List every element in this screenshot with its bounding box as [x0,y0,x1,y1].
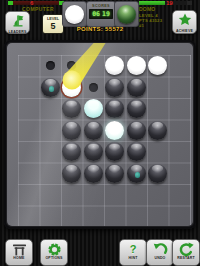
cell-r3c4[interactable] [83,98,105,120]
computer-score-bar: 6 [8,1,64,5]
restart-arrow-icon [179,241,194,257]
cell-r4c7[interactable] [147,120,169,142]
cell-r6c7[interactable] [147,163,169,185]
cell-r2c1[interactable] [18,77,40,99]
white-piece [105,56,124,75]
leaderboard-button[interactable]: LEADERS [5,11,30,34]
cell-r7c3[interactable] [61,184,83,206]
cell-r4c3[interactable] [61,120,83,142]
white-disc-icon [65,5,84,24]
white-piece [127,56,146,75]
black-piece-marked [127,164,146,183]
legal-move-dot [46,61,55,70]
top-bar: LEADERS 6 COMPUTER LEVEL 5 SCORES 06 19 [0,0,200,37]
white-piece-just-played [62,78,81,97]
hint-button[interactable]: ? HINT [119,239,147,266]
white-player-disc-tile [62,1,87,27]
green-disc-icon [117,5,136,24]
cell-r5c6[interactable] [126,141,148,163]
leaderboard-button-label: LEADERS [8,31,26,35]
legal-move-dot [67,61,76,70]
cell-r3c7[interactable] [147,98,169,120]
black-piece [84,121,103,140]
undo-button-label: UNDO [154,257,165,261]
cell-r1c1[interactable] [18,55,40,77]
cell-r1c5[interactable] [104,55,126,77]
cell-r7c7[interactable] [147,184,169,206]
gear-icon [47,241,62,257]
undo-button[interactable]: UNDO [146,239,174,266]
teal-marker-dot [49,86,55,92]
achievements-button[interactable]: ACHIEVE [172,10,197,34]
black-piece [84,142,103,161]
black-piece [148,164,167,183]
opponent-disc-tile [114,1,139,27]
black-piece [62,99,81,118]
cell-r5c1[interactable] [18,141,40,163]
flipping-piece-bright [105,121,124,140]
black-piece [84,164,103,183]
options-button-label: OPTIONS [45,257,62,261]
game-board [4,40,196,229]
restart-button-label: RESTART [177,257,195,261]
cell-r8c3[interactable] [61,206,83,227]
cell-r3c1[interactable] [18,98,40,120]
cell-r3c3[interactable] [61,98,83,120]
points-display: POINTS: 55572 [58,26,142,32]
cell-r5c8[interactable] [169,141,191,163]
cell-r8c2[interactable] [40,206,62,227]
cell-r2c3[interactable] [61,77,83,99]
cell-r1c8[interactable] [169,55,191,77]
cell-r6c5[interactable] [104,163,126,185]
cell-r6c1[interactable] [18,163,40,185]
cell-r7c2[interactable] [40,184,62,206]
bar-fill [139,1,165,5]
cell-r5c7[interactable] [147,141,169,163]
comet-trail-animation [7,43,193,226]
cell-r5c4[interactable] [83,141,105,163]
black-piece [148,121,167,140]
cell-r1c6[interactable] [126,55,148,77]
black-piece [105,78,124,97]
cell-r6c8[interactable] [169,163,191,185]
cell-r5c2[interactable] [40,141,62,163]
black-piece-marked [41,78,60,97]
home-gate-icon [12,241,27,257]
black-piece [127,78,146,97]
cell-r3c2[interactable] [40,98,62,120]
cell-r1c4[interactable] [83,55,105,77]
board-grid [18,55,191,226]
cell-r3c6[interactable] [126,98,148,120]
options-button[interactable]: OPTIONS [40,239,68,266]
opponent-info-block: DOMO LEVEL 4 PTS 43523 #1 [139,7,173,28]
cell-r7c8[interactable] [169,184,191,206]
cell-r7c6[interactable] [126,184,148,206]
cell-r2c2[interactable] [40,77,62,99]
cell-r1c2[interactable] [40,55,62,77]
black-piece [105,164,124,183]
cell-r5c3[interactable] [61,141,83,163]
cell-r8c1[interactable] [18,206,40,227]
cell-r6c6[interactable] [126,163,148,185]
cell-r5c5[interactable] [104,141,126,163]
cell-r4c6[interactable] [126,120,148,142]
restart-button[interactable]: RESTART [172,239,200,266]
cell-r8c4[interactable] [83,206,105,227]
bar-cap [187,1,192,5]
scores-label: SCORES [92,4,110,8]
achievements-button-label: ACHIEVE [176,30,193,34]
cell-r8c8[interactable] [169,206,191,227]
black-piece [62,121,81,140]
computer-player-name: COMPUTER [12,6,64,12]
scores-lcd-display: 06 19 [89,9,113,19]
cell-r8c5[interactable] [104,206,126,227]
legal-move-dot [89,83,98,92]
home-button-label: HOME [13,257,24,261]
star-icon [178,12,192,30]
flipping-piece [84,99,103,118]
bar-track [13,1,59,5]
cell-r3c5[interactable] [104,98,126,120]
level-value: 5 [50,22,55,31]
black-piece [127,99,146,118]
cell-r2c7[interactable] [147,77,169,99]
flag-icon [11,13,25,31]
cell-r1c3[interactable] [61,55,83,77]
black-score-lcd: 19 [102,10,110,18]
black-piece [62,164,81,183]
cell-r7c1[interactable] [18,184,40,206]
scores-panel: SCORES 06 19 [86,1,116,27]
black-piece [127,142,146,161]
cell-r1c7[interactable] [147,55,169,77]
cell-r2c8[interactable] [169,77,191,99]
cell-r8c6[interactable] [126,206,148,227]
cell-r4c8[interactable] [169,120,191,142]
white-piece [148,56,167,75]
cell-r6c2[interactable] [40,163,62,185]
cell-r7c5[interactable] [104,184,126,206]
board-surface [7,43,193,226]
cell-r4c2[interactable] [40,120,62,142]
reversi-app-screen: LEADERS 6 COMPUTER LEVEL 5 SCORES 06 19 [0,0,200,266]
question-mark-icon: ? [130,244,137,255]
cell-r4c4[interactable] [83,120,105,142]
black-piece [127,121,146,140]
cell-r2c4[interactable] [83,77,105,99]
home-button[interactable]: HOME [5,239,33,266]
cell-r4c5[interactable] [104,120,126,142]
cell-r8c7[interactable] [147,206,169,227]
black-piece [62,142,81,161]
cell-r4c1[interactable] [18,120,40,142]
cell-r3c8[interactable] [169,98,191,120]
cell-r2c5[interactable] [104,77,126,99]
bottom-toolbar: HOME OPTIONS ? HINT UNDO [0,236,200,266]
undo-arrow-icon [153,241,168,257]
cell-r2c6[interactable] [126,77,148,99]
cell-r6c4[interactable] [83,163,105,185]
teal-marker-dot [135,172,141,178]
opponent-score-bar: 19 [139,1,192,5]
white-score-lcd: 06 [92,10,100,18]
opponent-rank: #1 [139,23,173,28]
cell-r7c4[interactable] [83,184,105,206]
black-piece [105,142,124,161]
opponent-score-value: 19 [166,0,173,6]
hint-button-label: HINT [129,257,138,261]
cell-r6c3[interactable] [61,163,83,185]
black-piece [105,99,124,118]
